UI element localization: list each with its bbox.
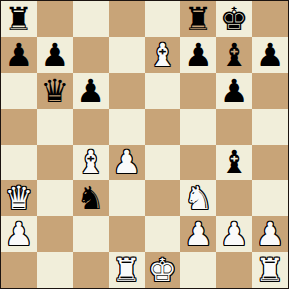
white-rook[interactable]: ♜ — [256, 254, 285, 286]
square-c6[interactable]: ♟ — [73, 73, 109, 109]
square-b4[interactable] — [37, 145, 73, 181]
black-pawn[interactable]: ♟ — [76, 75, 105, 107]
square-g4[interactable]: ♝ — [216, 145, 252, 181]
white-bishop[interactable]: ♝ — [76, 146, 105, 178]
square-d7[interactable] — [109, 37, 145, 73]
square-h4[interactable] — [252, 145, 288, 181]
square-c4[interactable]: ♝ — [73, 145, 109, 181]
square-c5[interactable] — [73, 109, 109, 145]
square-a7[interactable]: ♟ — [1, 37, 37, 73]
square-b1[interactable] — [37, 252, 73, 288]
square-d3[interactable] — [109, 180, 145, 216]
square-f1[interactable] — [180, 252, 216, 288]
square-e5[interactable] — [145, 109, 181, 145]
square-f6[interactable] — [180, 73, 216, 109]
square-h3[interactable] — [252, 180, 288, 216]
square-c3[interactable]: ♞ — [73, 180, 109, 216]
square-b6[interactable]: ♛ — [37, 73, 73, 109]
square-h2[interactable]: ♟ — [252, 216, 288, 252]
square-d2[interactable] — [109, 216, 145, 252]
square-g2[interactable]: ♟ — [216, 216, 252, 252]
square-d8[interactable] — [109, 1, 145, 37]
square-b7[interactable]: ♟ — [37, 37, 73, 73]
square-e7[interactable]: ♝ — [145, 37, 181, 73]
square-d5[interactable] — [109, 109, 145, 145]
square-d4[interactable]: ♟ — [109, 145, 145, 181]
square-f4[interactable] — [180, 145, 216, 181]
black-pawn[interactable]: ♟ — [256, 39, 285, 71]
square-g8[interactable]: ♚ — [216, 1, 252, 37]
square-b2[interactable] — [37, 216, 73, 252]
square-d1[interactable]: ♜ — [109, 252, 145, 288]
black-pawn[interactable]: ♟ — [220, 75, 249, 107]
white-bishop[interactable]: ♝ — [148, 39, 177, 71]
square-e6[interactable] — [145, 73, 181, 109]
square-e2[interactable] — [145, 216, 181, 252]
white-pawn[interactable]: ♟ — [220, 218, 249, 250]
square-a2[interactable]: ♟ — [1, 216, 37, 252]
black-bishop[interactable]: ♝ — [220, 39, 249, 71]
square-a4[interactable] — [1, 145, 37, 181]
square-h6[interactable] — [252, 73, 288, 109]
black-king[interactable]: ♚ — [220, 3, 249, 35]
square-f5[interactable] — [180, 109, 216, 145]
square-b5[interactable] — [37, 109, 73, 145]
black-rook[interactable]: ♜ — [184, 3, 213, 35]
square-a8[interactable]: ♜ — [1, 1, 37, 37]
square-a5[interactable] — [1, 109, 37, 145]
square-a1[interactable] — [1, 252, 37, 288]
white-pawn[interactable]: ♟ — [256, 218, 285, 250]
square-h8[interactable] — [252, 1, 288, 37]
square-a6[interactable] — [1, 73, 37, 109]
square-e3[interactable] — [145, 180, 181, 216]
white-knight[interactable]: ♞ — [184, 182, 213, 214]
black-pawn[interactable]: ♟ — [40, 39, 69, 71]
black-bishop[interactable]: ♝ — [220, 146, 249, 178]
square-c7[interactable] — [73, 37, 109, 73]
square-g6[interactable]: ♟ — [216, 73, 252, 109]
black-queen[interactable]: ♛ — [40, 75, 69, 107]
square-e1[interactable]: ♚ — [145, 252, 181, 288]
square-c8[interactable] — [73, 1, 109, 37]
square-g3[interactable] — [216, 180, 252, 216]
square-g1[interactable] — [216, 252, 252, 288]
square-g7[interactable]: ♝ — [216, 37, 252, 73]
white-pawn[interactable]: ♟ — [5, 218, 34, 250]
square-g5[interactable] — [216, 109, 252, 145]
white-rook[interactable]: ♜ — [112, 254, 141, 286]
square-f8[interactable]: ♜ — [180, 1, 216, 37]
black-rook[interactable]: ♜ — [5, 3, 34, 35]
black-knight[interactable]: ♞ — [76, 182, 105, 214]
square-e4[interactable] — [145, 145, 181, 181]
square-b3[interactable] — [37, 180, 73, 216]
square-f2[interactable]: ♟ — [180, 216, 216, 252]
square-h7[interactable]: ♟ — [252, 37, 288, 73]
square-h5[interactable] — [252, 109, 288, 145]
square-e8[interactable] — [145, 1, 181, 37]
square-c1[interactable] — [73, 252, 109, 288]
square-b8[interactable] — [37, 1, 73, 37]
white-pawn[interactable]: ♟ — [112, 146, 141, 178]
white-king[interactable]: ♚ — [148, 254, 177, 286]
black-pawn[interactable]: ♟ — [5, 39, 34, 71]
white-pawn[interactable]: ♟ — [184, 218, 213, 250]
square-a3[interactable]: ♛ — [1, 180, 37, 216]
square-h1[interactable]: ♜ — [252, 252, 288, 288]
square-f3[interactable]: ♞ — [180, 180, 216, 216]
square-d6[interactable] — [109, 73, 145, 109]
square-f7[interactable]: ♟ — [180, 37, 216, 73]
black-pawn[interactable]: ♟ — [184, 39, 213, 71]
chess-board: ♜♜♚♟♟♝♟♝♟♛♟♟♝♟♝♛♞♞♟♟♟♟♜♚♜ — [0, 0, 289, 289]
square-c2[interactable] — [73, 216, 109, 252]
white-queen[interactable]: ♛ — [5, 182, 34, 214]
